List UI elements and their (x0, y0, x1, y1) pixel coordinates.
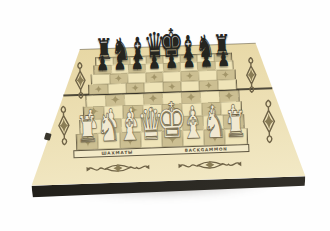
square-f1[interactable]: ♝ (183, 129, 205, 146)
square-d5[interactable] (144, 82, 163, 93)
square-g7[interactable]: ✦♟ (198, 61, 216, 71)
square-g6[interactable] (199, 70, 217, 81)
chess-label: ШАХМАТЫ (101, 149, 133, 155)
backgammon-label: BACKGAMMON (185, 146, 228, 152)
square-e1[interactable]: ✦♚ (162, 130, 184, 147)
square-h7[interactable]: ♟ (215, 60, 233, 70)
piece-white-rook[interactable]: ♜ (224, 107, 247, 144)
square-a6[interactable] (92, 73, 110, 84)
square-b5[interactable] (108, 83, 127, 94)
star-motif-icon: ✦ (94, 83, 103, 94)
star-motif-icon: ✦ (131, 82, 140, 93)
piece-black-pawn[interactable]: ♟ (113, 52, 126, 73)
square-c5[interactable]: ✦ (126, 82, 145, 93)
square-e6[interactable] (163, 71, 181, 82)
square-h6[interactable]: ✦ (216, 69, 234, 80)
square-e5[interactable]: ✦ (163, 81, 182, 92)
chess-grid: ♜✦♞♝✦♛♚✦♝♞✦♜✦♟♟✦♟♟✦♟♟✦♟♟✦✦✦✦✦✦✦✦✦✦✦✦✦✦✦✦… (0, 0, 330, 231)
board-assembly: ♜✦♞♝✦♛♚✦♝♞✦♜✦♟♟✦♟♟✦♟♟✦♟♟✦✦✦✦✦✦✦✦✦✦✦✦✦✦✦✦… (0, 0, 330, 231)
square-h5[interactable] (218, 79, 237, 90)
piece-black-pawn[interactable]: ♟ (165, 50, 178, 71)
piece-black-pawn[interactable]: ♟ (217, 48, 230, 69)
piece-black-pawn[interactable]: ♟ (148, 51, 161, 72)
square-g1[interactable]: ✦♞ (204, 128, 226, 145)
square-g5[interactable]: ✦ (199, 80, 218, 91)
square-f6[interactable]: ✦ (181, 70, 199, 81)
piece-black-pawn[interactable]: ♟ (96, 53, 109, 74)
square-a1[interactable]: ✦♜ (77, 133, 99, 150)
square-d7[interactable]: ♟ (146, 63, 164, 73)
square-b7[interactable]: ♟ (111, 64, 129, 74)
piece-black-pawn[interactable]: ♟ (182, 50, 195, 71)
square-e7[interactable]: ✦♟ (163, 62, 181, 72)
square-b6[interactable]: ✦ (109, 73, 127, 84)
square-a5[interactable]: ✦ (89, 83, 108, 94)
square-c7[interactable]: ✦♟ (128, 63, 146, 73)
square-c6[interactable] (127, 72, 145, 83)
photo-stage: ♜✦♞♝✦♛♚✦♝♞✦♜✦♟♟✦♟♟✦♟♟✦♟♟✦✦✦✦✦✦✦✦✦✦✦✦✦✦✦✦… (0, 0, 330, 231)
piece-black-pawn[interactable]: ♟ (130, 51, 143, 72)
square-b1[interactable]: ♞ (98, 132, 120, 149)
square-a7[interactable]: ✦♟ (94, 64, 112, 74)
square-d6[interactable]: ✦ (145, 72, 163, 83)
star-motif-icon: ✦ (204, 79, 213, 90)
square-h1[interactable]: ♜ (225, 128, 247, 145)
square-f5[interactable] (181, 80, 200, 91)
square-f7[interactable]: ♟ (180, 61, 198, 71)
star-motif-icon: ✦ (167, 81, 176, 92)
piece-black-pawn[interactable]: ♟ (200, 49, 213, 70)
